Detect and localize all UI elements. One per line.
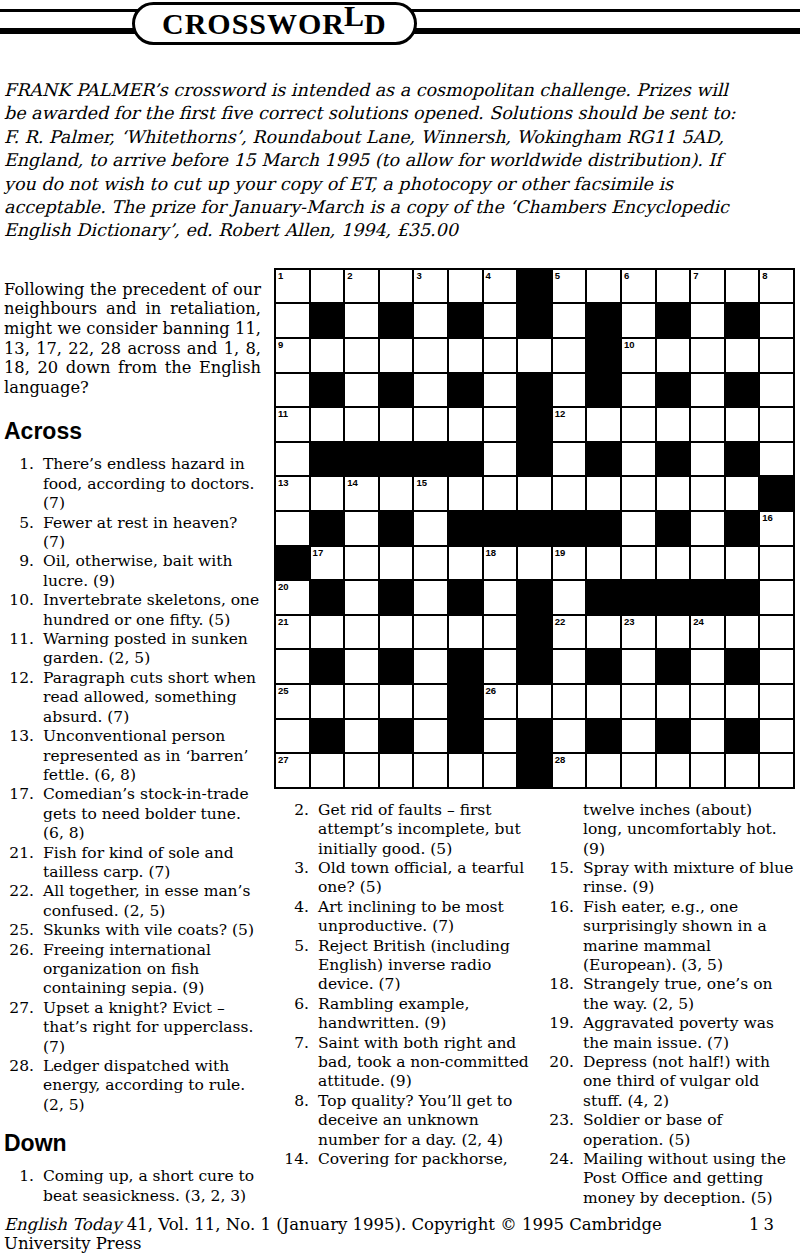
black-cell: [310, 511, 345, 546]
clue-item: 7.Saint with both right and bad, took a …: [279, 1034, 530, 1092]
white-cell[interactable]: [310, 753, 345, 788]
white-cell[interactable]: [344, 684, 379, 719]
clue-number: 26.: [4, 941, 34, 999]
white-cell[interactable]: [552, 338, 587, 373]
black-cell: [344, 442, 379, 477]
white-cell[interactable]: [759, 580, 794, 615]
white-cell[interactable]: [310, 338, 345, 373]
down-clues-right: twelve inches (about) long, uncomfortabl…: [544, 801, 795, 1209]
white-cell[interactable]: [621, 442, 656, 477]
white-cell[interactable]: [725, 684, 760, 719]
white-cell[interactable]: [310, 407, 345, 442]
white-cell[interactable]: [275, 649, 310, 684]
clue-text: Fish for kind of sole and tailless carp.…: [43, 844, 261, 883]
black-cell: [586, 719, 621, 754]
clue-number: 21.: [4, 844, 34, 883]
clue-text: Skunks with vile coats? (5): [43, 921, 261, 940]
white-cell[interactable]: [379, 338, 414, 373]
clue-text: Old town official, a tearful one? (5): [318, 859, 530, 898]
white-cell[interactable]: [413, 303, 448, 338]
white-cell[interactable]: [621, 511, 656, 546]
white-cell[interactable]: [552, 580, 587, 615]
white-cell[interactable]: 26: [483, 684, 518, 719]
white-cell[interactable]: [552, 442, 587, 477]
clue-item: 16.Fish eater, e.g., one surprisingly sh…: [544, 898, 795, 976]
black-cell: [379, 719, 414, 754]
white-cell[interactable]: [448, 407, 483, 442]
white-cell[interactable]: 21: [275, 615, 310, 650]
white-cell[interactable]: [725, 476, 760, 511]
white-cell[interactable]: [690, 338, 725, 373]
text-line: English Dictionary’, ed. Robert Allen, 1…: [4, 219, 800, 242]
clue-item: 27.Upset a knight? Evict – that’s right …: [4, 999, 261, 1057]
white-cell[interactable]: [725, 407, 760, 442]
cell-number: 11: [278, 408, 288, 419]
down-clues-left: 1.Coming up, a short cure to beat seasic…: [4, 1167, 261, 1206]
page-title-pre: CROSSWOR: [162, 7, 345, 41]
clue-item: 20.Depress (not half!) with one third of…: [544, 1053, 795, 1111]
white-cell[interactable]: [517, 546, 552, 581]
clue-item: 12.Paragraph cuts short when read allowe…: [4, 669, 261, 727]
white-cell[interactable]: [725, 269, 760, 304]
clue-item: 8.Top quality? You’ll get to deceive an …: [279, 1092, 530, 1150]
clue-text: Spray with mixture of blue rinse. (9): [583, 859, 795, 898]
page-number: 13: [749, 1215, 778, 1234]
cell-number: 27: [278, 754, 289, 765]
white-cell[interactable]: [275, 442, 310, 477]
white-cell[interactable]: [483, 649, 518, 684]
black-cell: [517, 615, 552, 650]
black-cell: [448, 684, 483, 719]
white-cell[interactable]: 3: [413, 269, 448, 304]
white-cell[interactable]: [690, 753, 725, 788]
white-cell[interactable]: 17: [310, 546, 345, 581]
white-cell[interactable]: [725, 546, 760, 581]
white-cell[interactable]: [413, 684, 448, 719]
white-cell[interactable]: [483, 338, 518, 373]
white-cell[interactable]: [344, 580, 379, 615]
white-cell[interactable]: 8: [759, 269, 794, 304]
white-cell[interactable]: 2: [344, 269, 379, 304]
clue-item: 3.Old town official, a tearful one? (5): [279, 859, 530, 898]
black-cell: [517, 407, 552, 442]
white-cell[interactable]: [413, 649, 448, 684]
clue-number: 9.: [4, 552, 34, 591]
white-cell[interactable]: [310, 615, 345, 650]
white-cell[interactable]: [344, 649, 379, 684]
clue-number: 27.: [4, 999, 34, 1057]
white-cell[interactable]: [656, 338, 691, 373]
white-cell[interactable]: [310, 269, 345, 304]
white-cell[interactable]: [483, 580, 518, 615]
white-cell[interactable]: 23: [621, 615, 656, 650]
white-cell[interactable]: [517, 338, 552, 373]
white-cell[interactable]: [413, 546, 448, 581]
white-cell[interactable]: 9: [275, 338, 310, 373]
white-cell[interactable]: 10: [621, 338, 656, 373]
clue-text: Oil, otherwise, bait with lucre. (9): [43, 552, 261, 591]
black-cell: [586, 373, 621, 408]
white-cell[interactable]: [552, 684, 587, 719]
text-line: you do not wish to cut up your copy of E…: [4, 173, 800, 196]
black-cell: [725, 511, 760, 546]
black-cell: [517, 269, 552, 304]
black-cell: [310, 442, 345, 477]
cell-number: 15: [416, 477, 427, 488]
white-cell[interactable]: [621, 753, 656, 788]
black-cell: [517, 753, 552, 788]
white-cell[interactable]: 14: [344, 476, 379, 511]
clue-number: 14.: [279, 1150, 309, 1169]
white-cell[interactable]: [759, 373, 794, 408]
white-cell[interactable]: [759, 442, 794, 477]
white-cell[interactable]: [621, 684, 656, 719]
white-cell[interactable]: 27: [275, 753, 310, 788]
white-cell[interactable]: [586, 476, 621, 511]
clue-text: Upset a knight? Evict – that’s right for…: [43, 999, 261, 1057]
white-cell[interactable]: [690, 303, 725, 338]
clue-text: Soldier or base of operation. (5): [583, 1111, 795, 1150]
down-heading: Down: [4, 1130, 261, 1157]
clue-item: 9.Oil, otherwise, bait with lucre. (9): [4, 552, 261, 591]
clue-number: 25.: [4, 921, 34, 940]
black-cell: [656, 511, 691, 546]
white-cell[interactable]: [759, 684, 794, 719]
white-cell[interactable]: [690, 442, 725, 477]
clue-item: 24.Mailing without using the Post Office…: [544, 1150, 795, 1208]
white-cell[interactable]: [690, 373, 725, 408]
clue-number: 22.: [4, 882, 34, 921]
black-cell: [586, 580, 621, 615]
white-cell[interactable]: [759, 615, 794, 650]
white-cell[interactable]: [621, 476, 656, 511]
white-cell[interactable]: [413, 753, 448, 788]
white-cell[interactable]: [379, 269, 414, 304]
white-cell[interactable]: [413, 615, 448, 650]
cell-number: 1: [278, 270, 283, 281]
cell-number: 3: [416, 270, 421, 281]
black-cell: [517, 442, 552, 477]
white-cell[interactable]: [344, 511, 379, 546]
white-cell[interactable]: [690, 649, 725, 684]
cell-number: 5: [555, 270, 560, 281]
clue-number: 2.: [279, 801, 309, 859]
white-cell[interactable]: [448, 476, 483, 511]
clue-number: 13.: [4, 727, 34, 785]
footer-citation: English Today 41, Vol. 11, No. 1 (Januar…: [4, 1215, 749, 1253]
white-cell[interactable]: [483, 753, 518, 788]
main-content: Following the precedent of ourneighbours…: [0, 268, 800, 1208]
white-cell[interactable]: [586, 615, 621, 650]
white-cell[interactable]: [310, 476, 345, 511]
cell-number: 2: [347, 270, 352, 281]
white-cell[interactable]: 7: [690, 269, 725, 304]
white-cell[interactable]: [690, 684, 725, 719]
white-cell[interactable]: [413, 580, 448, 615]
white-cell[interactable]: 19: [552, 546, 587, 581]
white-cell[interactable]: [448, 269, 483, 304]
cell-number: 26: [486, 685, 497, 696]
white-cell[interactable]: [552, 476, 587, 511]
cell-number: 21: [278, 616, 289, 627]
clue-item: 14.Covering for packhorse,: [279, 1150, 530, 1169]
clue-text: Get rid of faults – first attempt’s inco…: [318, 801, 530, 859]
white-cell[interactable]: 5: [552, 269, 587, 304]
footer: English Today 41, Vol. 11, No. 1 (Januar…: [4, 1215, 800, 1253]
magazine-page: CROSSWORLD FRANK PALMER’s crossword is i…: [0, 0, 800, 1260]
white-cell[interactable]: [483, 407, 518, 442]
black-cell: [310, 649, 345, 684]
white-cell[interactable]: [552, 719, 587, 754]
white-cell[interactable]: [656, 546, 691, 581]
white-cell[interactable]: [656, 684, 691, 719]
white-cell[interactable]: [759, 546, 794, 581]
black-cell: [448, 511, 483, 546]
cell-number: 23: [624, 616, 635, 627]
white-cell[interactable]: [379, 615, 414, 650]
black-cell: [656, 649, 691, 684]
white-cell[interactable]: [448, 753, 483, 788]
white-cell[interactable]: 6: [621, 269, 656, 304]
white-cell[interactable]: [517, 684, 552, 719]
clue-number: 23.: [544, 1111, 574, 1150]
black-cell: [310, 719, 345, 754]
black-cell: [517, 580, 552, 615]
white-cell[interactable]: [656, 269, 691, 304]
text-line: Following the precedent of our: [4, 280, 261, 300]
black-cell: [656, 580, 691, 615]
white-cell[interactable]: 28: [552, 753, 587, 788]
white-cell[interactable]: [517, 476, 552, 511]
white-cell[interactable]: [344, 615, 379, 650]
white-cell[interactable]: [483, 615, 518, 650]
white-cell[interactable]: 12: [552, 407, 587, 442]
white-cell[interactable]: [379, 753, 414, 788]
white-cell[interactable]: [621, 649, 656, 684]
black-cell: [725, 649, 760, 684]
clue-item: 10.Invertebrate skeletons, one hundred o…: [4, 591, 261, 630]
clue-number: 15.: [544, 859, 574, 898]
white-cell[interactable]: [690, 511, 725, 546]
white-cell[interactable]: 18: [483, 546, 518, 581]
white-cell[interactable]: [448, 615, 483, 650]
white-cell[interactable]: [448, 546, 483, 581]
white-cell[interactable]: [344, 753, 379, 788]
cell-number: 9: [278, 339, 283, 350]
black-cell: [725, 580, 760, 615]
white-cell[interactable]: [413, 407, 448, 442]
white-cell[interactable]: [586, 546, 621, 581]
clue-text: Top quality? You’ll get to deceive an un…: [318, 1092, 530, 1150]
black-cell: [621, 580, 656, 615]
white-cell[interactable]: [344, 373, 379, 408]
white-cell[interactable]: [725, 615, 760, 650]
white-cell[interactable]: [690, 546, 725, 581]
black-cell: [690, 580, 725, 615]
clue-item: 5.Fewer at rest in heaven? (7): [4, 514, 261, 553]
white-cell[interactable]: [656, 476, 691, 511]
white-cell[interactable]: 24: [690, 615, 725, 650]
white-cell[interactable]: [656, 407, 691, 442]
white-cell[interactable]: [759, 338, 794, 373]
black-cell: [310, 303, 345, 338]
white-cell[interactable]: [344, 719, 379, 754]
white-cell[interactable]: [344, 546, 379, 581]
white-cell[interactable]: [759, 407, 794, 442]
text-line: 18, 20 down from the English: [4, 358, 261, 378]
clue-number: 6.: [279, 995, 309, 1034]
clue-item: 13.Unconventional person represented as …: [4, 727, 261, 785]
clue-item: 2.Get rid of faults – first attempt’s in…: [279, 801, 530, 859]
white-cell[interactable]: [656, 615, 691, 650]
black-cell: [517, 373, 552, 408]
text-line: England, to arrive before 15 March 1995 …: [4, 149, 800, 172]
clue-text: Freeing international organization on fi…: [43, 941, 261, 999]
clue-number: 1.: [4, 1167, 34, 1206]
white-cell[interactable]: [413, 511, 448, 546]
clue-item: 15.Spray with mixture of blue rinse. (9): [544, 859, 795, 898]
clue-number: 17.: [4, 785, 34, 843]
page-title-post: D: [364, 7, 387, 41]
cell-number: 19: [555, 547, 566, 558]
clue-item: 19.Aggravated poverty was the main issue…: [544, 1014, 795, 1053]
white-cell[interactable]: [759, 753, 794, 788]
black-cell: [517, 719, 552, 754]
black-cell: [379, 580, 414, 615]
white-cell[interactable]: 15: [413, 476, 448, 511]
black-cell: [725, 442, 760, 477]
clue-item: 22.All together, in esse man’s confused.…: [4, 882, 261, 921]
white-cell[interactable]: [275, 373, 310, 408]
clue-number: 7.: [279, 1034, 309, 1092]
white-cell[interactable]: [379, 476, 414, 511]
white-cell[interactable]: [621, 303, 656, 338]
black-cell: [586, 303, 621, 338]
white-cell[interactable]: [552, 373, 587, 408]
white-cell[interactable]: [725, 338, 760, 373]
white-cell[interactable]: [483, 476, 518, 511]
cell-number: 8: [762, 270, 767, 281]
white-cell[interactable]: [275, 719, 310, 754]
clue-number: 12.: [4, 669, 34, 727]
black-cell: [379, 511, 414, 546]
clue-item: 21.Fish for kind of sole and tailless ca…: [4, 844, 261, 883]
white-cell[interactable]: [621, 373, 656, 408]
clue-text: Fish eater, e.g., one surprisingly shown…: [583, 898, 795, 976]
white-cell[interactable]: 22: [552, 615, 587, 650]
white-cell[interactable]: [379, 684, 414, 719]
white-cell[interactable]: [656, 753, 691, 788]
white-cell[interactable]: [586, 753, 621, 788]
white-cell[interactable]: 11: [275, 407, 310, 442]
white-cell[interactable]: [621, 719, 656, 754]
white-cell[interactable]: 16: [759, 511, 794, 546]
clue-text: Art inclining to be most unproductive. (…: [318, 898, 530, 937]
black-cell: [725, 373, 760, 408]
clue-number: 5.: [4, 514, 34, 553]
cell-number: 18: [486, 547, 497, 558]
white-cell[interactable]: [586, 407, 621, 442]
cell-number: 28: [555, 754, 566, 765]
white-cell[interactable]: [621, 407, 656, 442]
white-cell[interactable]: [690, 407, 725, 442]
white-cell[interactable]: [344, 338, 379, 373]
white-cell[interactable]: [413, 338, 448, 373]
crossword-grid: 1234567891011121314151617181920212223242…: [274, 268, 795, 789]
clue-text: Covering for packhorse,: [318, 1150, 530, 1169]
white-cell[interactable]: [759, 303, 794, 338]
clue-item: 6.Rambling example, handwritten. (9): [279, 995, 530, 1034]
white-cell[interactable]: 1: [275, 269, 310, 304]
white-cell[interactable]: [552, 649, 587, 684]
across-heading: Across: [4, 418, 261, 445]
white-cell[interactable]: [759, 649, 794, 684]
white-cell[interactable]: [448, 338, 483, 373]
clue-text: Strangely true, one’s on the way. (2, 5): [583, 975, 795, 1014]
white-cell[interactable]: [586, 269, 621, 304]
white-cell[interactable]: [483, 303, 518, 338]
clue-item: 28.Ledger dispatched with energy, accord…: [4, 1057, 261, 1115]
white-cell[interactable]: [483, 442, 518, 477]
cell-number: 7: [693, 270, 698, 281]
clue-number: [544, 801, 574, 859]
white-cell[interactable]: 4: [483, 269, 518, 304]
white-cell[interactable]: 25: [275, 684, 310, 719]
clue-item: 1.There’s endless hazard in food, accord…: [4, 455, 261, 513]
clue-item: 17.Comedian’s stock-in-trade gets to nee…: [4, 785, 261, 843]
black-cell: [275, 546, 310, 581]
white-cell[interactable]: [586, 684, 621, 719]
clue-text: Aggravated poverty was the main issue. (…: [583, 1014, 795, 1053]
cell-number: 6: [624, 270, 629, 281]
text-line: 13, 17, 22, 28 across and 1, 8,: [4, 339, 261, 359]
white-cell[interactable]: [690, 719, 725, 754]
clue-item: 4.Art inclining to be most unproductive.…: [279, 898, 530, 937]
white-cell[interactable]: [275, 511, 310, 546]
white-cell[interactable]: [552, 303, 587, 338]
text-line: might we consider banning 11,: [4, 319, 261, 339]
intro-paragraph: FRANK PALMER’s crossword is intended as …: [4, 79, 800, 243]
white-cell[interactable]: [759, 719, 794, 754]
left-column: Following the precedent of ourneighbours…: [4, 268, 261, 1208]
clue-number: 19.: [544, 1014, 574, 1053]
black-cell: [379, 442, 414, 477]
white-cell[interactable]: [621, 546, 656, 581]
clue-item: 18.Strangely true, one’s on the way. (2,…: [544, 975, 795, 1014]
white-cell[interactable]: [483, 719, 518, 754]
cell-number: 25: [278, 685, 289, 696]
white-cell[interactable]: [344, 303, 379, 338]
white-cell[interactable]: 13: [275, 476, 310, 511]
black-cell: [656, 442, 691, 477]
white-cell[interactable]: [413, 373, 448, 408]
text-line: F. R. Palmer, ‘Whitethorns’, Roundabout …: [4, 126, 800, 149]
white-cell[interactable]: [275, 303, 310, 338]
black-cell: [517, 511, 552, 546]
white-cell[interactable]: [344, 407, 379, 442]
white-cell[interactable]: [379, 407, 414, 442]
white-cell[interactable]: [379, 546, 414, 581]
white-cell[interactable]: [310, 684, 345, 719]
white-cell[interactable]: [483, 373, 518, 408]
white-cell[interactable]: 20: [275, 580, 310, 615]
white-cell[interactable]: [413, 719, 448, 754]
puzzle-question: Following the precedent of ourneighbours…: [4, 280, 261, 398]
cell-number: 13: [278, 477, 289, 488]
clue-text: Ledger dispatched with energy, according…: [43, 1057, 261, 1115]
white-cell[interactable]: [690, 476, 725, 511]
white-cell[interactable]: [725, 753, 760, 788]
